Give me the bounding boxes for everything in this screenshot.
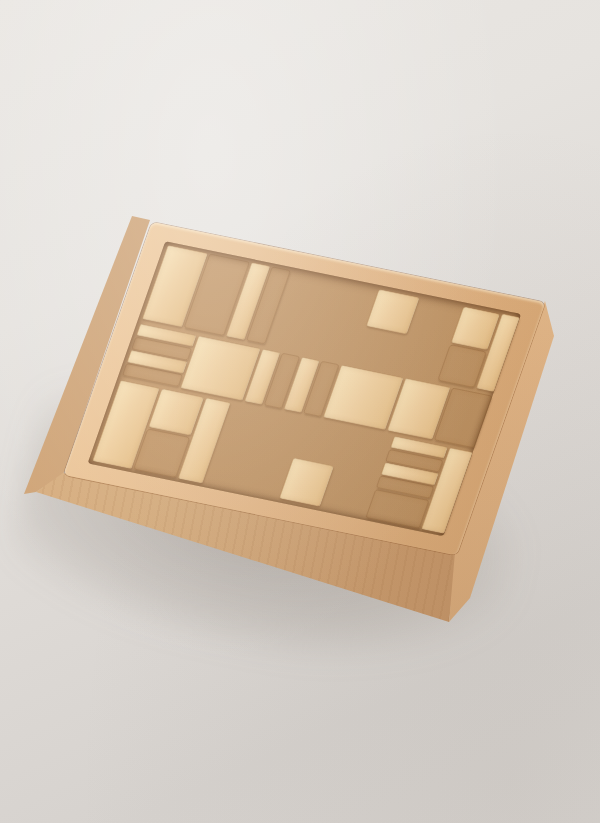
block-set-photo — [0, 0, 600, 823]
tray-interior — [88, 241, 521, 536]
